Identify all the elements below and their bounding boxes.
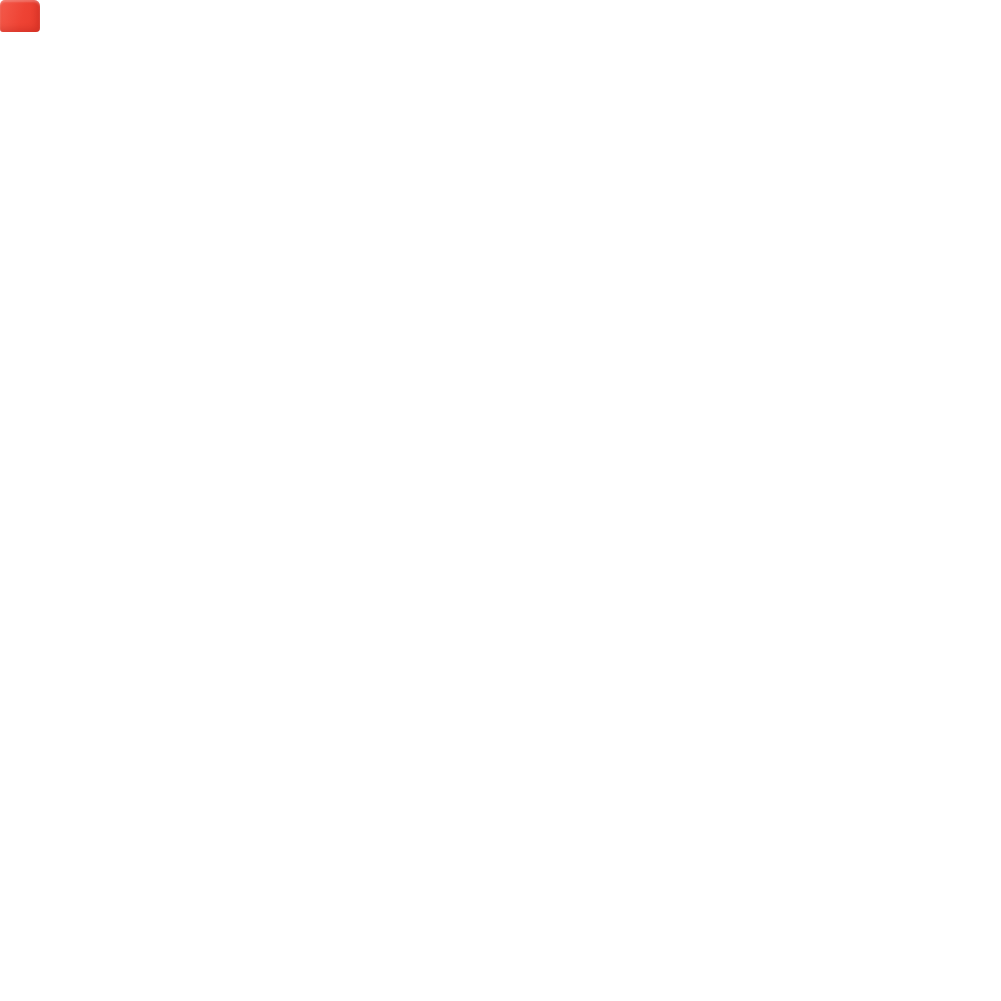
product-photo: [0, 0, 1001, 1001]
box-tray-top: [0, 0, 40, 32]
